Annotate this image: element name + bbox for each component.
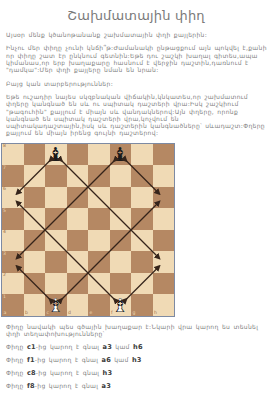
board-square-h2 — [153, 273, 175, 295]
board-square-c3 — [45, 251, 67, 273]
board-square-b5 — [24, 208, 46, 230]
board-square-d1: d — [67, 294, 89, 316]
square-ref: f8 — [27, 382, 35, 390]
lesson-text: Այսօր մենք կծանոթանանք շախմատային փղի քա… — [0, 31, 272, 137]
board-square-a3: 3 — [2, 251, 24, 273]
file-label: h — [154, 311, 157, 316]
lesson-page: Շախմատային փիղ Այսօր մենք կծանոթանանք շա… — [0, 8, 272, 395]
square-ref: h6 — [133, 343, 143, 351]
move-item: Փիղը f1-ից կարող է գնալ a6 կամ h3 — [6, 356, 267, 364]
board-square-c6 — [45, 187, 67, 209]
board-square-h1: h — [153, 294, 175, 316]
board-square-h7 — [153, 165, 175, 187]
board-square-e1: e — [88, 294, 110, 316]
square-ref: h3 — [132, 356, 142, 364]
board-square-a2: 2 — [2, 273, 24, 295]
board-square-d3 — [67, 251, 89, 273]
square-ref: a3 — [102, 382, 111, 390]
board-square-e5 — [88, 208, 110, 230]
square-ref: c1 — [27, 343, 36, 351]
board-square-b7 — [24, 165, 46, 187]
board-square-c5 — [45, 208, 67, 230]
board-square-h5 — [153, 208, 175, 230]
board-square-f5 — [110, 208, 132, 230]
square-ref: a3 — [103, 343, 112, 351]
file-label: b — [25, 311, 28, 316]
rank-label: 7 — [3, 166, 6, 171]
board-square-d6 — [67, 187, 89, 209]
board-grid: 8♝♝7654321abc♝♗def♝♗gh — [1, 143, 175, 317]
board-square-f1: f♝♗ — [110, 294, 132, 316]
board-square-d8 — [67, 144, 89, 166]
lesson-paragraph: Այսօր մենք կծանոթանանք շախմատային փղի քա… — [6, 31, 267, 38]
white-bishop: ♗ — [45, 294, 67, 316]
board-square-g4 — [131, 230, 153, 252]
board-square-b3 — [24, 251, 46, 273]
move-item: Փիղը f8-ից կարող է գնալ a3 — [6, 382, 267, 390]
board-square-d5 — [67, 208, 89, 230]
square-ref: a6 — [102, 356, 111, 364]
file-label: a — [4, 311, 7, 316]
board-square-a8: 8 — [2, 144, 24, 166]
board-square-e2 — [88, 273, 110, 295]
board-square-e6 — [88, 187, 110, 209]
board-square-b8 — [24, 144, 46, 166]
board-square-a6: 6 — [2, 187, 24, 209]
square-ref: h3 — [103, 369, 113, 377]
board-square-f8: ♝ — [110, 144, 132, 166]
lesson-paragraph: Ինչու մեր փիղը չունի կնճի՞թ:Ժամանակի ընթ… — [6, 44, 267, 73]
board-square-c1: c♝♗ — [45, 294, 67, 316]
board-square-d7 — [67, 165, 89, 187]
board-square-h8 — [153, 144, 175, 166]
board-square-b2 — [24, 273, 46, 295]
white-bishop: ♗ — [110, 294, 132, 316]
board-square-h3 — [153, 251, 175, 273]
board-square-d2 — [67, 273, 89, 295]
rank-label: 2 — [3, 273, 6, 278]
board-square-g5 — [131, 208, 153, 230]
square-ref: f1 — [27, 356, 35, 364]
board-square-b4 — [24, 230, 46, 252]
board-square-c4 — [45, 230, 67, 252]
move-list: Փիղը c1-ից կարող է գնալ a3 կամ h6Փիղը f1… — [0, 343, 272, 390]
black-bishop: ♝ — [110, 144, 132, 166]
file-label: d — [68, 311, 71, 316]
board-square-f7 — [110, 165, 132, 187]
board-square-a4: 4 — [2, 230, 24, 252]
black-bishop: ♝ — [45, 144, 67, 166]
board-square-e4 — [88, 230, 110, 252]
board-square-a5: 5 — [2, 208, 24, 230]
page-title: Շախմատային փիղ — [0, 8, 272, 23]
board-square-a7: 7 — [2, 165, 24, 187]
file-label: e — [90, 311, 93, 316]
board-caption: Փիղը նավակի պես գծային խաղաքար է:Նկարի վ… — [6, 323, 267, 338]
rank-label: 5 — [3, 209, 6, 214]
rank-label: 8 — [3, 144, 6, 149]
board-square-f4 — [110, 230, 132, 252]
rank-label: 1 — [3, 295, 6, 300]
board-square-e3 — [88, 251, 110, 273]
file-label: g — [133, 311, 136, 316]
board-square-a1: 1a — [2, 294, 24, 316]
move-item: Փիղը c1-ից կարող է գնալ a3 կամ h6 — [6, 343, 267, 351]
board-square-g6 — [131, 187, 153, 209]
board-square-f3 — [110, 251, 132, 273]
rank-label: 4 — [3, 230, 6, 235]
board-square-c2 — [45, 273, 67, 295]
board-square-c7 — [45, 165, 67, 187]
lesson-paragraph: Բայց կան տարբերություններ: — [6, 80, 267, 87]
board-square-g7 — [131, 165, 153, 187]
rank-label: 3 — [3, 252, 6, 257]
rank-label: 6 — [3, 187, 6, 192]
board-square-h4 — [153, 230, 175, 252]
board-square-f2 — [110, 273, 132, 295]
board-square-d4 — [67, 230, 89, 252]
board-square-g8 — [131, 144, 153, 166]
board-square-g1: g — [131, 294, 153, 316]
board-square-b6 — [24, 187, 46, 209]
move-item: Փիղը c8-ից կարող է գնալ h3 — [6, 369, 267, 377]
board-square-e7 — [88, 165, 110, 187]
board-square-c8: ♝ — [45, 144, 67, 166]
lesson-paragraph: Եթե ուշադիր նայես սկզբնական վիճակին,կնկա… — [6, 93, 267, 137]
board-square-e8 — [88, 144, 110, 166]
board-square-g2 — [131, 273, 153, 295]
square-ref: c8 — [27, 369, 36, 377]
board-square-f6 — [110, 187, 132, 209]
board-square-b1: b — [24, 294, 46, 316]
chess-board: 8♝♝7654321abc♝♗def♝♗gh — [1, 143, 175, 317]
board-square-h6 — [153, 187, 175, 209]
board-square-g3 — [131, 251, 153, 273]
